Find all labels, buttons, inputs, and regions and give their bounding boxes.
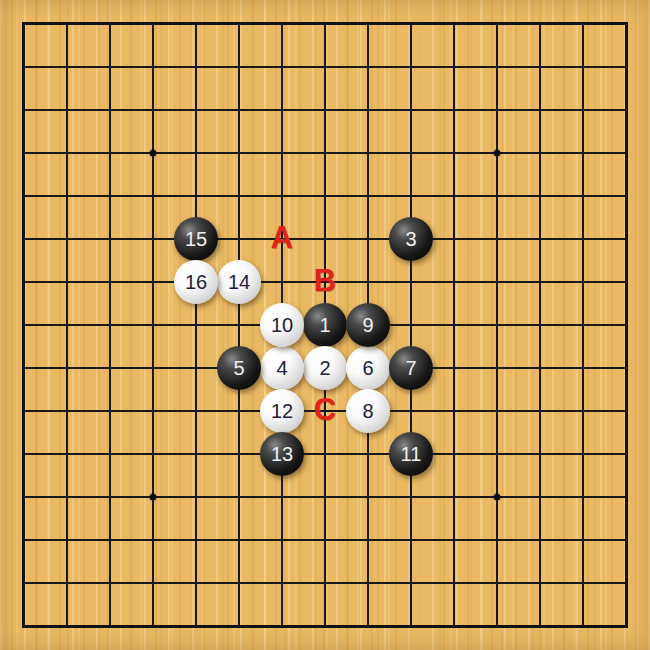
stone-black-move-13[interactable]: 13 (260, 432, 304, 476)
move-number: 3 (405, 229, 416, 249)
point-label-A[interactable]: A (271, 222, 293, 253)
move-number: 2 (319, 358, 330, 378)
stone-white-move-4[interactable]: 4 (260, 346, 304, 390)
move-number: 4 (276, 358, 287, 378)
stone-white-move-16[interactable]: 16 (174, 260, 218, 304)
stone-black-move-7[interactable]: 7 (389, 346, 433, 390)
stone-black-move-15[interactable]: 15 (174, 217, 218, 261)
stone-white-move-6[interactable]: 6 (346, 346, 390, 390)
move-number: 13 (271, 444, 293, 464)
point-label-B[interactable]: B (314, 265, 336, 296)
move-number: 5 (233, 358, 244, 378)
move-number: 16 (185, 272, 207, 292)
stone-black-move-1[interactable]: 1 (303, 303, 347, 347)
move-number: 7 (405, 358, 416, 378)
stone-white-move-2[interactable]: 2 (303, 346, 347, 390)
stone-white-move-10[interactable]: 10 (260, 303, 304, 347)
stone-black-move-9[interactable]: 9 (346, 303, 390, 347)
stone-white-move-14[interactable]: 14 (217, 260, 261, 304)
move-number: 10 (271, 315, 293, 335)
stone-black-move-3[interactable]: 3 (389, 217, 433, 261)
star-point-4-12 (150, 494, 157, 501)
stone-white-move-12[interactable]: 12 (260, 389, 304, 433)
star-point-4-4 (150, 150, 157, 157)
move-number: 12 (271, 401, 293, 421)
star-point-12-4 (494, 150, 501, 157)
move-number: 11 (401, 444, 422, 464)
stone-black-move-11[interactable]: 11 (389, 432, 433, 476)
go-board[interactable]: 12345678910111213141516 ABC (0, 0, 650, 650)
move-number: 1 (319, 315, 330, 335)
move-number: 8 (362, 401, 373, 421)
move-number: 15 (185, 229, 207, 249)
stone-black-move-5[interactable]: 5 (217, 346, 261, 390)
move-number: 6 (362, 358, 373, 378)
move-number: 14 (228, 272, 250, 292)
move-number: 9 (362, 315, 373, 335)
point-label-C[interactable]: C (314, 394, 336, 425)
stone-white-move-8[interactable]: 8 (346, 389, 390, 433)
star-point-12-12 (494, 494, 501, 501)
